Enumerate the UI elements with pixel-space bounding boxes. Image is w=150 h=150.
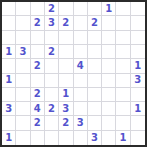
cell-r7c0[interactable]: 3 bbox=[2, 102, 16, 116]
cell-r1c1[interactable] bbox=[16, 16, 30, 30]
cell-r8c4[interactable]: 2 bbox=[59, 116, 73, 130]
cell-r3c6[interactable] bbox=[88, 45, 102, 59]
cell-r6c0[interactable] bbox=[2, 88, 16, 102]
cell-r1c6[interactable]: 2 bbox=[88, 16, 102, 30]
cell-r6c4[interactable]: 1 bbox=[59, 88, 73, 102]
cell-r8c6[interactable] bbox=[88, 116, 102, 130]
cell-r7c9[interactable]: 1 bbox=[131, 102, 145, 116]
cell-r5c5[interactable] bbox=[74, 74, 88, 88]
cell-r9c1[interactable] bbox=[16, 131, 30, 145]
cell-r7c1[interactable] bbox=[16, 102, 30, 116]
cell-r0c1[interactable] bbox=[16, 2, 30, 16]
cell-r5c9[interactable]: 3 bbox=[131, 74, 145, 88]
cell-r3c4[interactable] bbox=[59, 45, 73, 59]
cell-r2c1[interactable] bbox=[16, 31, 30, 45]
cell-r5c7[interactable] bbox=[102, 74, 116, 88]
cell-r8c7[interactable] bbox=[102, 116, 116, 130]
cell-r8c5[interactable]: 3 bbox=[74, 116, 88, 130]
puzzle-board: 212322132241132134231223131 bbox=[0, 0, 147, 147]
cell-r9c7[interactable] bbox=[102, 131, 116, 145]
cell-r3c9[interactable] bbox=[131, 45, 145, 59]
cell-r0c2[interactable] bbox=[31, 2, 45, 16]
cell-r2c6[interactable] bbox=[88, 31, 102, 45]
cell-r3c2[interactable] bbox=[31, 45, 45, 59]
cell-r3c3[interactable]: 2 bbox=[45, 45, 59, 59]
cell-r4c5[interactable]: 4 bbox=[74, 59, 88, 73]
cell-r9c8[interactable]: 1 bbox=[116, 131, 130, 145]
cell-r7c8[interactable] bbox=[116, 102, 130, 116]
cell-r6c7[interactable] bbox=[102, 88, 116, 102]
cell-r9c4[interactable] bbox=[59, 131, 73, 145]
cell-r2c0[interactable] bbox=[2, 31, 16, 45]
cell-r5c8[interactable] bbox=[116, 74, 130, 88]
cell-r2c4[interactable] bbox=[59, 31, 73, 45]
cell-r6c9[interactable] bbox=[131, 88, 145, 102]
cell-r2c3[interactable] bbox=[45, 31, 59, 45]
cell-r5c4[interactable] bbox=[59, 74, 73, 88]
cell-r3c7[interactable] bbox=[102, 45, 116, 59]
cell-r4c3[interactable] bbox=[45, 59, 59, 73]
cell-r1c9[interactable] bbox=[131, 16, 145, 30]
cell-r4c9[interactable]: 1 bbox=[131, 59, 145, 73]
cell-r7c5[interactable] bbox=[74, 102, 88, 116]
cell-r4c8[interactable] bbox=[116, 59, 130, 73]
cell-r4c0[interactable] bbox=[2, 59, 16, 73]
cell-r5c0[interactable]: 1 bbox=[2, 74, 16, 88]
cell-r9c5[interactable] bbox=[74, 131, 88, 145]
cell-r2c2[interactable] bbox=[31, 31, 45, 45]
cell-r7c4[interactable]: 3 bbox=[59, 102, 73, 116]
puzzle-grid: 212322132241132134231223131 bbox=[2, 2, 145, 145]
cell-r4c4[interactable] bbox=[59, 59, 73, 73]
cell-r7c6[interactable] bbox=[88, 102, 102, 116]
cell-r2c9[interactable] bbox=[131, 31, 145, 45]
cell-r8c0[interactable] bbox=[2, 116, 16, 130]
cell-r1c7[interactable] bbox=[102, 16, 116, 30]
cell-r0c3[interactable]: 2 bbox=[45, 2, 59, 16]
cell-r1c3[interactable]: 3 bbox=[45, 16, 59, 30]
cell-r3c8[interactable] bbox=[116, 45, 130, 59]
cell-r9c3[interactable] bbox=[45, 131, 59, 145]
cell-r0c6[interactable] bbox=[88, 2, 102, 16]
cell-r9c9[interactable] bbox=[131, 131, 145, 145]
cell-r8c1[interactable] bbox=[16, 116, 30, 130]
cell-r6c8[interactable] bbox=[116, 88, 130, 102]
cell-r1c0[interactable] bbox=[2, 16, 16, 30]
cell-r8c3[interactable] bbox=[45, 116, 59, 130]
cell-r6c1[interactable] bbox=[16, 88, 30, 102]
cell-r7c3[interactable]: 2 bbox=[45, 102, 59, 116]
cell-r8c8[interactable] bbox=[116, 116, 130, 130]
cell-r6c5[interactable] bbox=[74, 88, 88, 102]
cell-r8c9[interactable] bbox=[131, 116, 145, 130]
cell-r8c2[interactable]: 2 bbox=[31, 116, 45, 130]
cell-r9c2[interactable] bbox=[31, 131, 45, 145]
cell-r0c9[interactable] bbox=[131, 2, 145, 16]
cell-r7c7[interactable] bbox=[102, 102, 116, 116]
cell-r7c2[interactable]: 4 bbox=[31, 102, 45, 116]
cell-r6c2[interactable]: 2 bbox=[31, 88, 45, 102]
cell-r4c1[interactable] bbox=[16, 59, 30, 73]
cell-r9c0[interactable]: 1 bbox=[2, 131, 16, 145]
cell-r6c6[interactable] bbox=[88, 88, 102, 102]
cell-r0c8[interactable] bbox=[116, 2, 130, 16]
cell-r5c2[interactable] bbox=[31, 74, 45, 88]
cell-r0c0[interactable] bbox=[2, 2, 16, 16]
cell-r1c8[interactable] bbox=[116, 16, 130, 30]
cell-r3c5[interactable] bbox=[74, 45, 88, 59]
cell-r2c7[interactable] bbox=[102, 31, 116, 45]
cell-r0c4[interactable] bbox=[59, 2, 73, 16]
cell-r5c6[interactable] bbox=[88, 74, 102, 88]
cell-r0c5[interactable] bbox=[74, 2, 88, 16]
cell-r1c2[interactable]: 2 bbox=[31, 16, 45, 30]
cell-r4c2[interactable]: 2 bbox=[31, 59, 45, 73]
cell-r1c5[interactable] bbox=[74, 16, 88, 30]
cell-r1c4[interactable]: 2 bbox=[59, 16, 73, 30]
cell-r6c3[interactable] bbox=[45, 88, 59, 102]
cell-r4c7[interactable] bbox=[102, 59, 116, 73]
cell-r2c5[interactable] bbox=[74, 31, 88, 45]
cell-r3c0[interactable]: 1 bbox=[2, 45, 16, 59]
cell-r2c8[interactable] bbox=[116, 31, 130, 45]
cell-r3c1[interactable]: 3 bbox=[16, 45, 30, 59]
cell-r5c3[interactable] bbox=[45, 74, 59, 88]
cell-r9c6[interactable]: 3 bbox=[88, 131, 102, 145]
cell-r5c1[interactable] bbox=[16, 74, 30, 88]
cell-r4c6[interactable] bbox=[88, 59, 102, 73]
cell-r0c7[interactable]: 1 bbox=[102, 2, 116, 16]
